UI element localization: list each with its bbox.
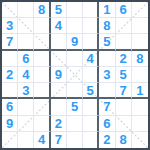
cell-r5c1[interactable]: 2 [2,67,18,83]
cell-r1c9[interactable] [132,2,148,18]
cell-r7c9[interactable] [132,99,148,115]
cell-r4c9[interactable]: 8 [132,51,148,67]
cell-r2c8[interactable] [116,18,132,34]
cell-r7c7[interactable]: 7 [99,99,115,115]
cell-r8c6[interactable] [83,116,99,132]
cell-r4c1[interactable] [2,51,18,67]
cell-r6c3[interactable] [34,83,50,99]
cell-r7c6[interactable] [83,99,99,115]
cell-r2c4[interactable]: 4 [51,18,67,34]
cell-r3c1[interactable]: 7 [2,34,18,50]
cell-r4c6[interactable]: 4 [83,51,99,67]
cell-r6c7[interactable] [99,83,115,99]
cell-r9c9[interactable] [132,132,148,148]
cell-r3c9[interactable] [132,34,148,50]
cell-r9c2[interactable] [18,132,34,148]
cell-r3c7[interactable]: 5 [99,34,115,50]
cell-r7c5[interactable]: 5 [67,99,83,115]
cell-r1c8[interactable]: 6 [116,2,132,18]
cell-r5c6[interactable] [83,67,99,83]
cell-r2c2[interactable] [18,18,34,34]
cell-r1c7[interactable]: 1 [99,2,115,18]
cell-r3c4[interactable] [51,34,67,50]
cell-r7c8[interactable] [116,99,132,115]
cell-r1c3[interactable]: 8 [34,2,50,18]
cell-r8c7[interactable]: 6 [99,116,115,132]
cell-r7c2[interactable] [18,99,34,115]
cell-r3c5[interactable]: 9 [67,34,83,50]
cell-r5c2[interactable]: 4 [18,67,34,83]
cell-r5c9[interactable] [132,67,148,83]
cell-r7c3[interactable] [34,99,50,115]
cell-r2c3[interactable] [34,18,50,34]
cell-r6c4[interactable] [51,83,67,99]
cell-r4c7[interactable] [99,51,115,67]
cell-r6c2[interactable]: 3 [18,83,34,99]
cell-r4c4[interactable] [51,51,67,67]
cell-r2c5[interactable] [67,18,83,34]
cell-r6c9[interactable]: 1 [132,83,148,99]
cell-r5c4[interactable]: 9 [51,67,67,83]
cell-r6c6[interactable]: 5 [83,83,99,99]
cell-r5c8[interactable]: 5 [116,67,132,83]
cell-r3c3[interactable] [34,34,50,50]
cell-r7c1[interactable]: 6 [2,99,18,115]
cell-r1c4[interactable]: 5 [51,2,67,18]
cell-r4c3[interactable] [34,51,50,67]
cell-r3c8[interactable] [116,34,132,50]
cell-r8c9[interactable] [132,116,148,132]
cell-r5c7[interactable]: 3 [99,67,115,83]
cell-r8c3[interactable] [34,116,50,132]
cell-r1c5[interactable] [67,2,83,18]
cell-r4c8[interactable]: 2 [116,51,132,67]
cell-r9c4[interactable]: 7 [51,132,67,148]
cell-r3c2[interactable] [18,34,34,50]
cell-r7c4[interactable] [51,99,67,115]
cell-r9c1[interactable] [2,132,18,148]
cell-r5c3[interactable] [34,67,50,83]
cell-r1c2[interactable] [18,2,34,18]
cell-r4c2[interactable]: 6 [18,51,34,67]
cell-r8c2[interactable] [18,116,34,132]
cell-r9c6[interactable] [83,132,99,148]
cell-r6c1[interactable] [2,83,18,99]
cell-r8c1[interactable]: 9 [2,116,18,132]
cell-r9c7[interactable]: 2 [99,132,115,148]
cell-r2c9[interactable] [132,18,148,34]
sudoku-board: 851634879564282493535716579264728 [0,0,150,150]
cell-r1c1[interactable] [2,2,18,18]
cell-r2c1[interactable]: 3 [2,18,18,34]
cell-r8c8[interactable] [116,116,132,132]
cell-r6c8[interactable]: 7 [116,83,132,99]
cell-r4c5[interactable] [67,51,83,67]
cell-r1c6[interactable] [83,2,99,18]
cell-r5c5[interactable] [67,67,83,83]
cell-r9c3[interactable]: 4 [34,132,50,148]
cell-r3c6[interactable] [83,34,99,50]
cell-r9c5[interactable] [67,132,83,148]
cell-r8c5[interactable] [67,116,83,132]
cell-r9c8[interactable]: 8 [116,132,132,148]
cell-r8c4[interactable]: 2 [51,116,67,132]
cell-r6c5[interactable] [67,83,83,99]
sudoku-grid: 851634879564282493535716579264728 [2,2,148,148]
cell-r2c7[interactable]: 8 [99,18,115,34]
cell-r2c6[interactable] [83,18,99,34]
